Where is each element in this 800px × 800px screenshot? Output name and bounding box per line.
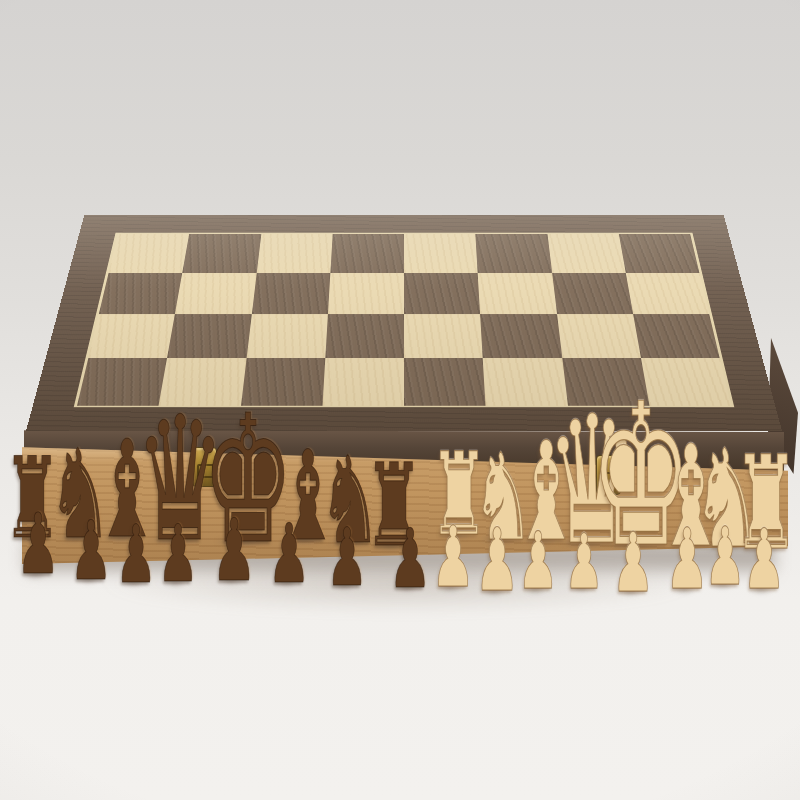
board-square-light [322,358,404,405]
board-square-dark [167,314,251,358]
board-square-dark [99,273,183,314]
board-square-light [557,314,641,358]
chess-piece-dark-pawn: ♟ [157,524,198,586]
board-square-light [626,273,710,314]
chess-piece-light-pawn: ♟ [564,532,604,591]
chess-piece-light-pawn: ♟ [742,528,785,593]
board-square-light [175,273,256,314]
board-square-dark [619,234,700,273]
board-square-light [88,314,175,358]
chess-piece-dark-pawn: ♟ [16,512,60,578]
board-square-dark [552,273,633,314]
chess-piece-light-pawn: ♟ [431,525,475,591]
board-square-light [404,234,478,273]
product-photo-scene: ♜♞♝♛♚♝♞♜♟♟♟♟♟♟♟♟♜♞♝♛♚♝♞♜♟♟♟♟♟♟♟♟ [0,0,800,800]
board-square-light [404,314,483,358]
board-square-dark [404,273,480,314]
board-square-dark [325,314,404,358]
board-square-dark [476,234,552,273]
board-square-light [246,314,328,358]
chess-piece-light-pawn: ♟ [474,527,519,595]
board-square-dark [182,234,260,273]
chess-piece-dark-pawn: ♟ [389,527,432,591]
board-square-dark [404,358,486,405]
chess-piece-dark-pawn: ♟ [326,527,368,589]
board-square-dark [480,314,562,358]
chess-piece-light-pawn: ♟ [704,526,746,588]
chess-piece-dark-pawn: ♟ [212,517,257,584]
chess-piece-dark-pawn: ♟ [268,522,311,586]
board-square-light [256,234,332,273]
board-square-dark [251,273,330,314]
board-square-light [109,234,190,273]
chess-piece-light-pawn: ♟ [665,527,709,593]
chess-piece-light-pawn: ♟ [517,531,558,593]
board-square-light [547,234,625,273]
board-square-light [328,273,404,314]
board-square-light [478,273,557,314]
board-square-dark [330,234,404,273]
chess-piece-dark-pawn: ♟ [115,524,157,586]
chess-piece-dark-pawn: ♟ [70,519,113,583]
chess-piece-light-pawn: ♟ [612,531,655,595]
board-square-dark [633,314,720,358]
